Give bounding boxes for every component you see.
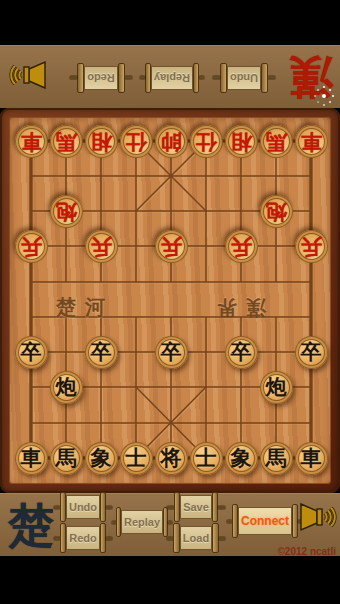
scroll-pin (54, 506, 60, 509)
scroll-roller (261, 63, 268, 93)
undo-button[interactable]: Undo (54, 495, 112, 519)
xiangqi-piece-black[interactable]: 炮 (50, 371, 83, 404)
redo-button-top[interactable]: Redo (70, 66, 132, 90)
scroll-roller (145, 63, 151, 93)
load-button[interactable]: Load (167, 526, 225, 550)
scroll-pin (218, 506, 225, 509)
xiangqi-piece-black[interactable]: 士 (120, 442, 153, 475)
load-button-label: Load (180, 526, 212, 550)
xiangqi-piece-black[interactable]: 象 (225, 442, 258, 475)
top-toolbar: Redo Replay Undo 漢 (0, 45, 340, 108)
xiangqi-piece-red[interactable]: 兵 (295, 230, 328, 263)
scroll-pin (168, 521, 172, 524)
xiangqi-piece-red[interactable]: 相 (85, 125, 118, 158)
copyright-text: ©2012 ncatli (277, 546, 336, 557)
scroll-roller (212, 492, 219, 522)
xiangqi-piece-black[interactable]: 象 (85, 442, 118, 475)
xiangqi-piece-black[interactable]: 卒 (85, 336, 118, 369)
xiangqi-piece-black[interactable]: 卒 (15, 336, 48, 369)
connect-button-label: Connect (238, 507, 292, 535)
river-label-right: 漢界 (208, 294, 266, 321)
scroll-pin (167, 506, 174, 509)
xiangqi-piece-red[interactable]: 馬 (50, 125, 83, 158)
replay-button-top-label: Replay (151, 66, 193, 90)
scroll-roller (292, 504, 298, 538)
scroll-roller (174, 492, 181, 522)
xiangqi-piece-red[interactable]: 炮 (50, 195, 83, 228)
save-button[interactable]: Save (167, 495, 225, 519)
scroll-pin (70, 77, 77, 80)
redo-button-label: Redo (66, 526, 100, 550)
xiangqi-piece-black[interactable]: 士 (190, 442, 223, 475)
xiangqi-piece-black[interactable]: 馬 (260, 442, 293, 475)
xiangqi-piece-red[interactable]: 帥 (155, 125, 188, 158)
scroll-roller (77, 63, 84, 93)
xiangqi-board: 楚河 漢界 車馬相仕帥仕相馬車炮炮兵兵兵兵兵卒卒卒卒卒炮炮車馬象士将士象馬車 (0, 108, 340, 493)
replay-button-label: Replay (121, 510, 163, 534)
board-grid (0, 108, 340, 493)
scroll-pin (199, 77, 204, 80)
xiangqi-piece-black[interactable]: 将 (155, 442, 188, 475)
xiangqi-piece-red[interactable]: 仕 (190, 125, 223, 158)
speaker-icon[interactable] (298, 501, 338, 533)
undo-button-label: Undo (66, 495, 100, 519)
xiangqi-piece-black[interactable]: 卒 (295, 336, 328, 369)
xiangqi-piece-red[interactable]: 兵 (15, 230, 48, 263)
chu-seal: 楚 (8, 502, 54, 548)
undo-button-top[interactable]: Undo (213, 66, 275, 90)
xiangqi-piece-black[interactable]: 炮 (260, 371, 293, 404)
han-seal: 漢 (289, 55, 333, 99)
scroll-pin (106, 537, 112, 540)
xiangqi-app-screen: Redo Replay Undo 漢 (0, 0, 340, 604)
xiangqi-piece-red[interactable]: 兵 (225, 230, 258, 263)
xiangqi-piece-red[interactable]: 車 (15, 125, 48, 158)
scroll-pin (106, 506, 112, 509)
xiangqi-piece-black[interactable]: 卒 (155, 336, 188, 369)
replay-button-top[interactable]: Replay (140, 66, 204, 90)
xiangqi-piece-red[interactable]: 炮 (260, 195, 293, 228)
connect-button[interactable]: Connect (227, 507, 303, 535)
undo-button-top-label: Undo (227, 66, 261, 90)
xiangqi-piece-black[interactable]: 車 (295, 442, 328, 475)
loading-spinner-icon (322, 94, 326, 98)
xiangqi-piece-black[interactable]: 卒 (225, 336, 258, 369)
speaker-icon-top[interactable] (8, 59, 48, 91)
river-label-left: 楚河 (56, 294, 114, 321)
xiangqi-piece-red[interactable]: 相 (225, 125, 258, 158)
scroll-roller (193, 63, 199, 93)
scroll-roller (118, 63, 125, 93)
scroll-pin (125, 77, 132, 80)
scroll-roller (212, 523, 219, 553)
scroll-pin (219, 537, 225, 540)
xiangqi-piece-red[interactable]: 車 (295, 125, 328, 158)
xiangqi-piece-red[interactable]: 兵 (85, 230, 118, 263)
scroll-pin (213, 77, 220, 80)
xiangqi-piece-black[interactable]: 車 (15, 442, 48, 475)
redo-button-top-label: Redo (84, 66, 118, 90)
xiangqi-piece-black[interactable]: 馬 (50, 442, 83, 475)
replay-button[interactable]: Replay (112, 510, 172, 534)
xiangqi-piece-red[interactable]: 馬 (260, 125, 293, 158)
xiangqi-piece-red[interactable]: 仕 (120, 125, 153, 158)
scroll-roller (220, 63, 227, 93)
xiangqi-piece-red[interactable]: 兵 (155, 230, 188, 263)
scroll-pin (268, 77, 275, 80)
save-button-label: Save (180, 495, 212, 519)
redo-button[interactable]: Redo (54, 526, 112, 550)
